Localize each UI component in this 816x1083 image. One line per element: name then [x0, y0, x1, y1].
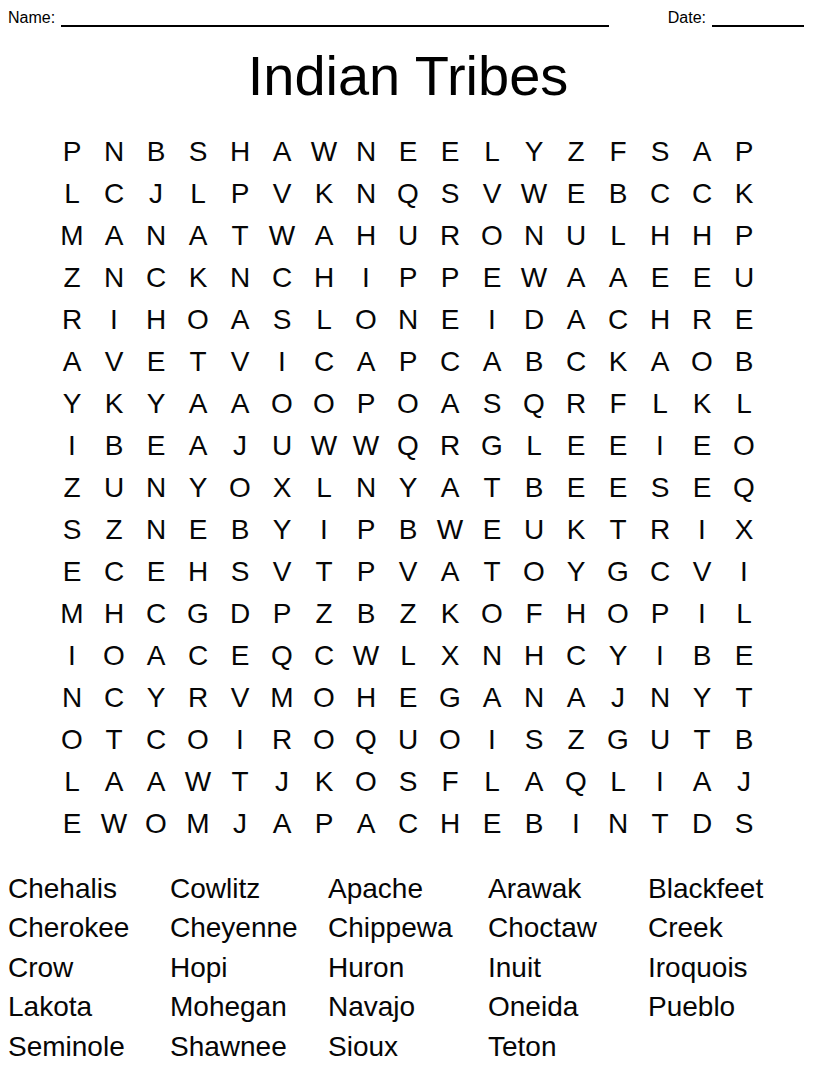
grid-cell[interactable]: R: [429, 425, 471, 467]
grid-cell[interactable]: E: [555, 173, 597, 215]
grid-cell[interactable]: Z: [51, 467, 93, 509]
word-list-item[interactable]: Huron: [328, 948, 488, 988]
grid-cell[interactable]: O: [93, 635, 135, 677]
grid-cell[interactable]: O: [471, 593, 513, 635]
grid-cell[interactable]: L: [471, 761, 513, 803]
grid-cell[interactable]: N: [93, 257, 135, 299]
grid-cell[interactable]: A: [429, 551, 471, 593]
word-list-item[interactable]: Pueblo: [648, 987, 816, 1027]
grid-cell[interactable]: B: [387, 509, 429, 551]
grid-cell[interactable]: C: [93, 677, 135, 719]
grid-cell[interactable]: C: [429, 341, 471, 383]
grid-cell[interactable]: R: [681, 299, 723, 341]
grid-cell[interactable]: R: [51, 299, 93, 341]
word-list-item[interactable]: Creek: [648, 908, 816, 948]
grid-cell[interactable]: E: [219, 635, 261, 677]
grid-cell[interactable]: R: [429, 215, 471, 257]
grid-cell[interactable]: H: [429, 803, 471, 845]
grid-cell[interactable]: I: [303, 509, 345, 551]
word-list-item[interactable]: Arawak: [488, 869, 648, 909]
grid-cell[interactable]: K: [177, 257, 219, 299]
grid-cell[interactable]: N: [135, 509, 177, 551]
grid-cell[interactable]: B: [681, 635, 723, 677]
grid-cell[interactable]: T: [723, 677, 765, 719]
grid-cell[interactable]: N: [471, 635, 513, 677]
grid-cell[interactable]: H: [639, 215, 681, 257]
grid-cell[interactable]: P: [345, 509, 387, 551]
word-list-item[interactable]: Navajo: [328, 987, 488, 1027]
grid-cell[interactable]: W: [345, 635, 387, 677]
grid-cell[interactable]: B: [597, 173, 639, 215]
grid-cell[interactable]: C: [135, 257, 177, 299]
grid-cell[interactable]: E: [135, 341, 177, 383]
grid-cell[interactable]: E: [555, 425, 597, 467]
grid-cell[interactable]: N: [345, 131, 387, 173]
grid-cell[interactable]: H: [303, 257, 345, 299]
grid-cell[interactable]: A: [555, 257, 597, 299]
grid-cell[interactable]: Q: [513, 383, 555, 425]
grid-cell[interactable]: W: [429, 509, 471, 551]
grid-cell[interactable]: B: [219, 509, 261, 551]
grid-cell[interactable]: S: [471, 383, 513, 425]
grid-cell[interactable]: L: [387, 635, 429, 677]
grid-cell[interactable]: Y: [387, 467, 429, 509]
grid-cell[interactable]: J: [135, 173, 177, 215]
grid-cell[interactable]: U: [93, 467, 135, 509]
grid-cell[interactable]: L: [723, 593, 765, 635]
grid-cell[interactable]: Y: [51, 383, 93, 425]
grid-cell[interactable]: A: [345, 803, 387, 845]
grid-cell[interactable]: W: [303, 425, 345, 467]
grid-cell[interactable]: H: [681, 215, 723, 257]
grid-cell[interactable]: W: [93, 803, 135, 845]
grid-cell[interactable]: O: [387, 383, 429, 425]
grid-cell[interactable]: O: [345, 299, 387, 341]
grid-cell[interactable]: W: [345, 425, 387, 467]
grid-cell[interactable]: F: [597, 383, 639, 425]
word-list-item[interactable]: Choctaw: [488, 908, 648, 948]
grid-cell[interactable]: C: [135, 719, 177, 761]
grid-cell[interactable]: Z: [303, 593, 345, 635]
grid-cell[interactable]: N: [135, 215, 177, 257]
grid-cell[interactable]: C: [555, 341, 597, 383]
grid-cell[interactable]: R: [555, 383, 597, 425]
grid-cell[interactable]: B: [345, 593, 387, 635]
grid-cell[interactable]: N: [597, 803, 639, 845]
grid-cell[interactable]: D: [513, 299, 555, 341]
grid-cell[interactable]: I: [471, 299, 513, 341]
grid-cell[interactable]: I: [261, 341, 303, 383]
grid-cell[interactable]: K: [723, 173, 765, 215]
grid-cell[interactable]: Q: [345, 719, 387, 761]
name-blank-line[interactable]: [61, 10, 609, 27]
grid-cell[interactable]: C: [303, 341, 345, 383]
grid-cell[interactable]: A: [177, 215, 219, 257]
word-list-item[interactable]: Inuit: [488, 948, 648, 988]
grid-cell[interactable]: K: [429, 593, 471, 635]
grid-cell[interactable]: B: [723, 719, 765, 761]
grid-cell[interactable]: V: [681, 551, 723, 593]
grid-cell[interactable]: H: [135, 299, 177, 341]
grid-cell[interactable]: C: [597, 299, 639, 341]
grid-cell[interactable]: Y: [135, 383, 177, 425]
grid-cell[interactable]: C: [135, 593, 177, 635]
grid-cell[interactable]: L: [51, 173, 93, 215]
grid-cell[interactable]: N: [387, 299, 429, 341]
grid-cell[interactable]: S: [723, 803, 765, 845]
grid-cell[interactable]: R: [177, 677, 219, 719]
grid-cell[interactable]: A: [471, 341, 513, 383]
grid-cell[interactable]: I: [723, 551, 765, 593]
grid-cell[interactable]: C: [261, 257, 303, 299]
grid-cell[interactable]: A: [219, 383, 261, 425]
grid-cell[interactable]: O: [177, 299, 219, 341]
grid-cell[interactable]: P: [723, 131, 765, 173]
grid-cell[interactable]: I: [555, 803, 597, 845]
grid-cell[interactable]: S: [261, 299, 303, 341]
grid-cell[interactable]: A: [303, 215, 345, 257]
grid-cell[interactable]: W: [177, 761, 219, 803]
grid-cell[interactable]: P: [219, 173, 261, 215]
grid-cell[interactable]: E: [177, 509, 219, 551]
grid-cell[interactable]: K: [303, 173, 345, 215]
grid-cell[interactable]: C: [639, 551, 681, 593]
grid-cell[interactable]: A: [597, 257, 639, 299]
grid-cell[interactable]: E: [723, 635, 765, 677]
grid-cell[interactable]: E: [681, 467, 723, 509]
grid-cell[interactable]: E: [471, 803, 513, 845]
grid-cell[interactable]: Q: [555, 761, 597, 803]
grid-cell[interactable]: Q: [387, 173, 429, 215]
grid-cell[interactable]: T: [681, 719, 723, 761]
grid-cell[interactable]: Y: [177, 467, 219, 509]
grid-cell[interactable]: Y: [135, 677, 177, 719]
word-list-item[interactable]: Teton: [488, 1027, 648, 1067]
grid-cell[interactable]: U: [555, 215, 597, 257]
grid-cell[interactable]: J: [597, 677, 639, 719]
grid-cell[interactable]: E: [639, 257, 681, 299]
grid-cell[interactable]: L: [639, 383, 681, 425]
grid-cell[interactable]: A: [681, 131, 723, 173]
grid-cell[interactable]: G: [429, 677, 471, 719]
grid-cell[interactable]: O: [597, 593, 639, 635]
grid-cell[interactable]: E: [135, 551, 177, 593]
grid-cell[interactable]: P: [261, 593, 303, 635]
grid-cell[interactable]: N: [219, 257, 261, 299]
grid-cell[interactable]: C: [387, 803, 429, 845]
grid-cell[interactable]: U: [639, 719, 681, 761]
grid-cell[interactable]: U: [387, 215, 429, 257]
grid-cell[interactable]: D: [219, 593, 261, 635]
grid-cell[interactable]: E: [51, 551, 93, 593]
grid-cell[interactable]: K: [681, 383, 723, 425]
grid-cell[interactable]: V: [219, 677, 261, 719]
grid-cell[interactable]: J: [219, 425, 261, 467]
grid-cell[interactable]: E: [387, 131, 429, 173]
grid-cell[interactable]: V: [93, 341, 135, 383]
grid-cell[interactable]: U: [723, 257, 765, 299]
grid-cell[interactable]: N: [513, 677, 555, 719]
grid-cell[interactable]: B: [513, 467, 555, 509]
grid-cell[interactable]: O: [723, 425, 765, 467]
grid-cell[interactable]: Y: [555, 551, 597, 593]
grid-cell[interactable]: I: [345, 257, 387, 299]
grid-cell[interactable]: W: [513, 257, 555, 299]
grid-cell[interactable]: U: [513, 509, 555, 551]
grid-cell[interactable]: S: [387, 761, 429, 803]
grid-cell[interactable]: C: [639, 173, 681, 215]
grid-cell[interactable]: P: [51, 131, 93, 173]
grid-cell[interactable]: A: [555, 299, 597, 341]
grid-cell[interactable]: M: [177, 803, 219, 845]
grid-cell[interactable]: E: [597, 467, 639, 509]
grid-cell[interactable]: X: [429, 635, 471, 677]
grid-cell[interactable]: A: [513, 761, 555, 803]
grid-cell[interactable]: N: [639, 677, 681, 719]
grid-cell[interactable]: K: [303, 761, 345, 803]
grid-cell[interactable]: O: [471, 215, 513, 257]
grid-cell[interactable]: A: [135, 635, 177, 677]
grid-cell[interactable]: T: [597, 509, 639, 551]
grid-cell[interactable]: O: [177, 719, 219, 761]
grid-cell[interactable]: O: [135, 803, 177, 845]
grid-cell[interactable]: I: [51, 425, 93, 467]
word-list-item[interactable]: Mohegan: [170, 987, 328, 1027]
grid-cell[interactable]: S: [177, 131, 219, 173]
grid-cell[interactable]: C: [555, 635, 597, 677]
grid-cell[interactable]: C: [303, 635, 345, 677]
grid-cell[interactable]: B: [723, 341, 765, 383]
grid-cell[interactable]: L: [597, 215, 639, 257]
grid-cell[interactable]: V: [219, 341, 261, 383]
grid-cell[interactable]: I: [51, 635, 93, 677]
grid-cell[interactable]: S: [429, 173, 471, 215]
grid-cell[interactable]: H: [345, 215, 387, 257]
grid-cell[interactable]: A: [93, 761, 135, 803]
grid-cell[interactable]: E: [597, 425, 639, 467]
grid-cell[interactable]: Z: [555, 131, 597, 173]
grid-cell[interactable]: H: [555, 593, 597, 635]
grid-cell[interactable]: O: [261, 383, 303, 425]
grid-cell[interactable]: H: [219, 131, 261, 173]
grid-cell[interactable]: Y: [681, 677, 723, 719]
grid-cell[interactable]: K: [597, 341, 639, 383]
word-list-item[interactable]: Chehalis: [8, 869, 170, 909]
word-list-item[interactable]: Seminole: [8, 1027, 170, 1067]
grid-cell[interactable]: T: [93, 719, 135, 761]
grid-cell[interactable]: H: [639, 299, 681, 341]
grid-cell[interactable]: H: [93, 593, 135, 635]
grid-cell[interactable]: A: [639, 341, 681, 383]
grid-cell[interactable]: G: [597, 719, 639, 761]
grid-cell[interactable]: C: [681, 173, 723, 215]
grid-cell[interactable]: E: [135, 425, 177, 467]
grid-cell[interactable]: Z: [93, 509, 135, 551]
grid-cell[interactable]: J: [261, 761, 303, 803]
grid-cell[interactable]: L: [471, 131, 513, 173]
word-list-item[interactable]: Blackfeet: [648, 869, 816, 909]
grid-cell[interactable]: A: [93, 215, 135, 257]
grid-cell[interactable]: L: [303, 299, 345, 341]
grid-cell[interactable]: S: [51, 509, 93, 551]
grid-cell[interactable]: I: [681, 593, 723, 635]
grid-cell[interactable]: X: [261, 467, 303, 509]
word-list-item[interactable]: Lakota: [8, 987, 170, 1027]
grid-cell[interactable]: G: [177, 593, 219, 635]
grid-cell[interactable]: H: [513, 635, 555, 677]
grid-cell[interactable]: D: [681, 803, 723, 845]
grid-cell[interactable]: W: [513, 173, 555, 215]
word-list-item[interactable]: Cowlitz: [170, 869, 328, 909]
grid-cell[interactable]: I: [471, 719, 513, 761]
grid-cell[interactable]: N: [51, 677, 93, 719]
grid-cell[interactable]: G: [597, 551, 639, 593]
grid-cell[interactable]: T: [639, 803, 681, 845]
grid-cell[interactable]: C: [177, 635, 219, 677]
grid-cell[interactable]: L: [597, 761, 639, 803]
word-list-item[interactable]: Cherokee: [8, 908, 170, 948]
grid-cell[interactable]: L: [303, 467, 345, 509]
grid-cell[interactable]: A: [429, 383, 471, 425]
grid-cell[interactable]: L: [513, 425, 555, 467]
grid-cell[interactable]: P: [387, 341, 429, 383]
grid-cell[interactable]: V: [261, 173, 303, 215]
grid-cell[interactable]: Y: [597, 635, 639, 677]
grid-cell[interactable]: G: [471, 425, 513, 467]
grid-cell[interactable]: A: [429, 467, 471, 509]
grid-cell[interactable]: O: [303, 719, 345, 761]
grid-cell[interactable]: S: [639, 131, 681, 173]
grid-cell[interactable]: N: [345, 467, 387, 509]
grid-cell[interactable]: I: [219, 719, 261, 761]
grid-cell[interactable]: A: [177, 383, 219, 425]
grid-cell[interactable]: T: [471, 467, 513, 509]
grid-cell[interactable]: V: [261, 551, 303, 593]
grid-cell[interactable]: L: [51, 761, 93, 803]
grid-cell[interactable]: I: [93, 299, 135, 341]
grid-cell[interactable]: Y: [513, 131, 555, 173]
grid-cell[interactable]: T: [471, 551, 513, 593]
grid-cell[interactable]: I: [639, 425, 681, 467]
grid-cell[interactable]: A: [177, 425, 219, 467]
grid-cell[interactable]: P: [723, 215, 765, 257]
grid-cell[interactable]: I: [639, 761, 681, 803]
grid-cell[interactable]: F: [513, 593, 555, 635]
grid-cell[interactable]: B: [93, 425, 135, 467]
grid-cell[interactable]: E: [387, 677, 429, 719]
grid-cell[interactable]: A: [261, 131, 303, 173]
grid-cell[interactable]: U: [261, 425, 303, 467]
grid-cell[interactable]: U: [387, 719, 429, 761]
grid-cell[interactable]: H: [345, 677, 387, 719]
grid-cell[interactable]: K: [555, 509, 597, 551]
grid-cell[interactable]: M: [51, 215, 93, 257]
grid-cell[interactable]: M: [261, 677, 303, 719]
grid-cell[interactable]: Z: [51, 257, 93, 299]
grid-cell[interactable]: I: [639, 635, 681, 677]
grid-cell[interactable]: Z: [555, 719, 597, 761]
grid-cell[interactable]: S: [639, 467, 681, 509]
grid-cell[interactable]: A: [51, 341, 93, 383]
grid-cell[interactable]: V: [471, 173, 513, 215]
grid-cell[interactable]: A: [135, 761, 177, 803]
word-list-item[interactable]: Sioux: [328, 1027, 488, 1067]
grid-cell[interactable]: H: [177, 551, 219, 593]
grid-cell[interactable]: E: [429, 299, 471, 341]
grid-cell[interactable]: L: [177, 173, 219, 215]
grid-cell[interactable]: Z: [387, 593, 429, 635]
grid-cell[interactable]: S: [513, 719, 555, 761]
grid-cell[interactable]: L: [723, 383, 765, 425]
grid-cell[interactable]: B: [513, 341, 555, 383]
grid-cell[interactable]: A: [261, 803, 303, 845]
grid-cell[interactable]: F: [429, 761, 471, 803]
grid-cell[interactable]: O: [429, 719, 471, 761]
grid-cell[interactable]: E: [681, 425, 723, 467]
grid-cell[interactable]: B: [513, 803, 555, 845]
grid-cell[interactable]: K: [93, 383, 135, 425]
grid-cell[interactable]: S: [219, 551, 261, 593]
grid-cell[interactable]: R: [639, 509, 681, 551]
grid-cell[interactable]: A: [345, 341, 387, 383]
grid-cell[interactable]: P: [387, 257, 429, 299]
grid-cell[interactable]: A: [555, 677, 597, 719]
grid-cell[interactable]: I: [681, 509, 723, 551]
grid-cell[interactable]: Q: [261, 635, 303, 677]
grid-cell[interactable]: E: [471, 509, 513, 551]
grid-cell[interactable]: N: [93, 131, 135, 173]
grid-cell[interactable]: E: [555, 467, 597, 509]
word-list-item[interactable]: Shawnee: [170, 1027, 328, 1067]
grid-cell[interactable]: X: [723, 509, 765, 551]
grid-cell[interactable]: J: [219, 803, 261, 845]
grid-cell[interactable]: M: [51, 593, 93, 635]
grid-cell[interactable]: P: [639, 593, 681, 635]
grid-cell[interactable]: P: [303, 803, 345, 845]
word-list-item[interactable]: Cheyenne: [170, 908, 328, 948]
grid-cell[interactable]: O: [681, 341, 723, 383]
grid-cell[interactable]: C: [93, 551, 135, 593]
grid-cell[interactable]: E: [471, 257, 513, 299]
grid-cell[interactable]: Q: [387, 425, 429, 467]
word-list-item[interactable]: Oneida: [488, 987, 648, 1027]
grid-cell[interactable]: N: [513, 215, 555, 257]
grid-cell[interactable]: O: [303, 677, 345, 719]
grid-cell[interactable]: A: [219, 299, 261, 341]
grid-cell[interactable]: T: [303, 551, 345, 593]
grid-cell[interactable]: P: [429, 257, 471, 299]
grid-cell[interactable]: O: [51, 719, 93, 761]
grid-cell[interactable]: A: [681, 761, 723, 803]
grid-cell[interactable]: R: [261, 719, 303, 761]
grid-cell[interactable]: O: [345, 761, 387, 803]
grid-cell[interactable]: E: [51, 803, 93, 845]
grid-cell[interactable]: B: [135, 131, 177, 173]
grid-cell[interactable]: E: [681, 257, 723, 299]
word-list-item[interactable]: Chippewa: [328, 908, 488, 948]
grid-cell[interactable]: Q: [723, 467, 765, 509]
grid-cell[interactable]: O: [513, 551, 555, 593]
grid-cell[interactable]: V: [387, 551, 429, 593]
grid-cell[interactable]: C: [93, 173, 135, 215]
grid-cell[interactable]: N: [135, 467, 177, 509]
grid-cell[interactable]: F: [597, 131, 639, 173]
grid-cell[interactable]: A: [471, 677, 513, 719]
grid-cell[interactable]: W: [303, 131, 345, 173]
grid-cell[interactable]: P: [345, 551, 387, 593]
grid-cell[interactable]: T: [219, 761, 261, 803]
grid-cell[interactable]: W: [261, 215, 303, 257]
